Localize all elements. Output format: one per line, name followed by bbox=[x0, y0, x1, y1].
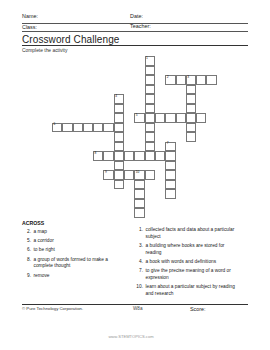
grid-cell[interactable] bbox=[145, 94, 155, 104]
grid-cell[interactable] bbox=[155, 151, 165, 161]
grid-cell[interactable] bbox=[176, 113, 186, 123]
clue-across-6: 6. to be right bbox=[22, 247, 124, 254]
grid-cell[interactable] bbox=[145, 123, 155, 133]
grid-cell[interactable] bbox=[124, 170, 134, 180]
grid-cell[interactable] bbox=[134, 208, 144, 218]
clue-text: a group of words formed to make a comple… bbox=[34, 257, 108, 270]
grid-cell[interactable] bbox=[186, 104, 196, 114]
grid-cell[interactable] bbox=[165, 151, 175, 161]
grid-cell[interactable] bbox=[114, 170, 124, 180]
grid-cell[interactable] bbox=[73, 123, 83, 133]
grid-cell[interactable] bbox=[145, 66, 155, 76]
grid-cell[interactable] bbox=[134, 189, 144, 199]
clue-down-1: 1. collected facts and data about a part… bbox=[134, 227, 252, 240]
website-url: www.STEMTOPICS.com bbox=[0, 334, 262, 339]
clue-text: a book with words and definitions bbox=[146, 259, 217, 266]
cell-number: 10 bbox=[136, 171, 140, 175]
grid-cell[interactable] bbox=[196, 75, 206, 85]
worksheet-code: W8a bbox=[133, 306, 142, 311]
grid-cell[interactable]: 6 bbox=[52, 123, 62, 133]
grid-cell[interactable] bbox=[145, 104, 155, 114]
grid-cell[interactable] bbox=[165, 170, 175, 180]
clue-down-7: 7. to give the precise meaning of a word… bbox=[134, 268, 252, 281]
clue-text: collected facts and data about a particu… bbox=[146, 227, 235, 240]
instruction-text: Complete the activity bbox=[22, 48, 67, 53]
grid-cell[interactable] bbox=[114, 142, 124, 152]
grid-cell[interactable] bbox=[165, 161, 175, 171]
cell-number: 1 bbox=[146, 57, 148, 61]
grid-cell[interactable] bbox=[114, 104, 124, 114]
grid-cell[interactable] bbox=[83, 123, 93, 133]
clue-text: learn about a particular subject by read… bbox=[146, 284, 235, 297]
cell-number: 9 bbox=[105, 171, 107, 175]
grid-cell[interactable]: 7 bbox=[165, 142, 175, 152]
cell-number: 4 bbox=[115, 95, 117, 99]
clue-number: 7. bbox=[134, 268, 143, 281]
grid-cell[interactable]: 1 bbox=[145, 56, 155, 66]
date-label: Date: bbox=[130, 13, 143, 19]
grid-cell[interactable] bbox=[186, 132, 196, 142]
grid-cell[interactable] bbox=[103, 123, 113, 133]
clue-text: a corridor bbox=[34, 238, 54, 245]
grid-cell[interactable] bbox=[145, 75, 155, 85]
grid-cell[interactable] bbox=[165, 113, 175, 123]
clue-text: to be right bbox=[34, 247, 55, 254]
grid-cell[interactable] bbox=[176, 75, 186, 85]
down-clues: 1. collected facts and data about a part… bbox=[134, 227, 252, 300]
teacher-label: Teacher: bbox=[130, 23, 151, 29]
grid-cell[interactable] bbox=[196, 113, 206, 123]
clue-across-9: 9. remove bbox=[22, 273, 124, 280]
cell-number: 8 bbox=[95, 152, 97, 156]
grid-cell[interactable] bbox=[114, 180, 124, 190]
clue-down-10: 10. learn about a particular subject by … bbox=[134, 284, 252, 297]
grid-cell[interactable] bbox=[145, 142, 155, 152]
grid-cell[interactable] bbox=[62, 123, 72, 133]
across-clues: ACROSS 2. a map 5. a corridor 6. to be r… bbox=[22, 220, 124, 283]
clue-down-3: 3. a building where books are stored for… bbox=[134, 243, 252, 256]
grid-cell[interactable]: 5 bbox=[134, 113, 144, 123]
clue-number: 3. bbox=[134, 243, 143, 256]
clue-number: 2. bbox=[22, 229, 31, 236]
grid-cell[interactable] bbox=[134, 151, 144, 161]
clue-text: a map bbox=[34, 229, 47, 236]
footer-line bbox=[22, 304, 248, 305]
grid-cell[interactable] bbox=[206, 75, 216, 85]
cell-number: 2 bbox=[167, 76, 169, 80]
grid-cell[interactable]: 9 bbox=[103, 170, 113, 180]
grid-cell[interactable] bbox=[165, 189, 175, 199]
grid-cell[interactable] bbox=[145, 132, 155, 142]
grid-cell[interactable] bbox=[114, 132, 124, 142]
clue-number: 4. bbox=[134, 259, 143, 266]
cell-number: 6 bbox=[53, 123, 55, 127]
clue-across-2: 2. a map bbox=[22, 229, 124, 236]
title-underline bbox=[22, 45, 248, 46]
grid-cell[interactable] bbox=[186, 94, 196, 104]
clue-text: to give the precise meaning of a word or… bbox=[146, 268, 231, 281]
grid-cell[interactable] bbox=[145, 151, 155, 161]
crossword-grid: 12345678910 bbox=[52, 56, 217, 218]
grid-cell[interactable] bbox=[155, 113, 165, 123]
grid-cell[interactable] bbox=[186, 123, 196, 133]
grid-cell[interactable] bbox=[145, 113, 155, 123]
cell-number: 3 bbox=[187, 76, 189, 80]
clue-across-8: 8. a group of words formed to make a com… bbox=[22, 257, 124, 270]
clue-down-4: 4. a book with words and definitions bbox=[134, 259, 252, 266]
copyright-text: © Pure Technology Corporation. bbox=[22, 306, 83, 311]
clue-number: 8. bbox=[22, 257, 31, 270]
grid-cell[interactable]: 2 bbox=[165, 75, 175, 85]
grid-cell[interactable] bbox=[186, 85, 196, 95]
grid-cell[interactable] bbox=[103, 151, 113, 161]
cell-number: 5 bbox=[136, 114, 138, 118]
grid-cell[interactable]: 4 bbox=[114, 94, 124, 104]
score-label: Score: bbox=[190, 306, 206, 312]
grid-cell[interactable]: 3 bbox=[186, 75, 196, 85]
page-title: Crossword Challenge bbox=[22, 34, 120, 45]
grid-cell[interactable] bbox=[124, 151, 134, 161]
clue-number: 5. bbox=[22, 238, 31, 245]
grid-cell[interactable] bbox=[114, 113, 124, 123]
grid-cell[interactable] bbox=[114, 123, 124, 133]
clue-number: 6. bbox=[22, 247, 31, 254]
grid-cell[interactable] bbox=[186, 113, 196, 123]
grid-cell[interactable]: 8 bbox=[93, 151, 103, 161]
class-label: Class: bbox=[22, 24, 37, 30]
grid-cell[interactable] bbox=[165, 180, 175, 190]
clue-number: 1. bbox=[134, 227, 143, 240]
clue-number: 10. bbox=[134, 284, 143, 297]
worksheet-page: Name: Date: Class: Teacher: Crossword Ch… bbox=[0, 0, 270, 350]
cell-number: 7 bbox=[167, 142, 169, 146]
grid-cell[interactable]: 10 bbox=[134, 170, 144, 180]
class-teacher-line bbox=[22, 31, 248, 32]
across-header: ACROSS bbox=[22, 220, 124, 227]
grid-cell[interactable] bbox=[114, 161, 124, 171]
grid-cell[interactable] bbox=[93, 123, 103, 133]
grid-cell[interactable] bbox=[114, 151, 124, 161]
grid-cell[interactable] bbox=[145, 170, 155, 180]
clue-number: 9. bbox=[22, 273, 31, 280]
grid-cell[interactable] bbox=[145, 85, 155, 95]
name-label: Name: bbox=[22, 13, 38, 19]
clue-across-5: 5. a corridor bbox=[22, 238, 124, 245]
clue-text: a building where books are stored for re… bbox=[146, 243, 225, 256]
clue-text: remove bbox=[34, 273, 50, 280]
grid-cell[interactable] bbox=[134, 180, 144, 190]
grid-cell[interactable] bbox=[134, 199, 144, 209]
